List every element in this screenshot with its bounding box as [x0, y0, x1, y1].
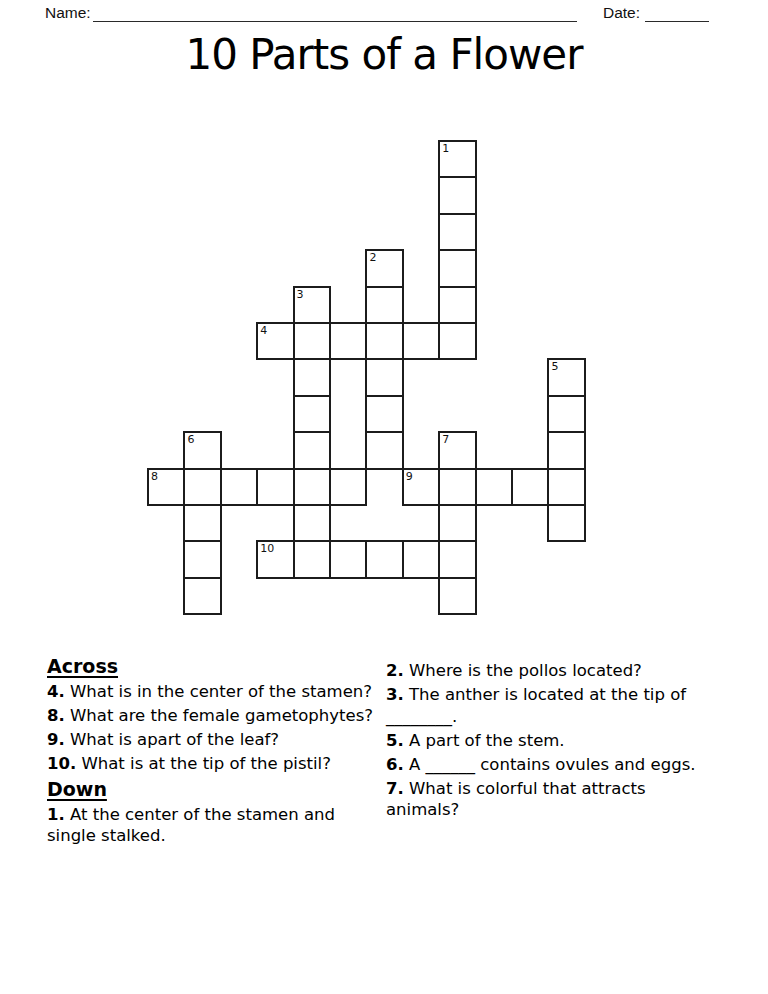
grid-cell-r11c6[interactable]	[365, 540, 403, 578]
grid-cell-r9c7[interactable]: 9	[402, 468, 440, 506]
clue-number-label: 7.	[386, 779, 404, 798]
across-clues-list: 4. What is in the center of the stamen?8…	[47, 681, 386, 775]
grid-cell-r12c1[interactable]	[183, 577, 221, 615]
grid-cell-r3c8[interactable]	[438, 249, 476, 287]
grid-cell-r10c11[interactable]	[547, 504, 585, 542]
grid-cell-r7c4[interactable]	[293, 395, 331, 433]
grid-cell-r8c8[interactable]: 7	[438, 431, 476, 469]
grid-cell-r0c8[interactable]: 1	[438, 140, 476, 178]
clue-down-3: 3. The anther is located at the tip of _…	[386, 684, 708, 727]
grid-cell-r4c8[interactable]	[438, 286, 476, 324]
cell-number-8: 8	[151, 470, 158, 483]
clue-across-8: 8. What are the female gametophytes?	[47, 705, 386, 727]
clue-down-5: 5. A part of the stem.	[386, 730, 708, 752]
grid-cell-r7c11[interactable]	[547, 395, 585, 433]
grid-cell-r6c4[interactable]	[293, 358, 331, 396]
grid-cell-r5c7[interactable]	[402, 322, 440, 360]
cell-number-2: 2	[369, 251, 376, 264]
grid-cell-r11c4[interactable]	[293, 540, 331, 578]
down-clues-right-list: 2. Where is the pollos located?3. The an…	[386, 660, 708, 821]
grid-cell-r5c4[interactable]	[293, 322, 331, 360]
clue-number-label: 5.	[386, 731, 404, 750]
grid-cell-r10c8[interactable]	[438, 504, 476, 542]
grid-cell-r9c2[interactable]	[220, 468, 258, 506]
crossword-board: 12345678910	[147, 140, 586, 616]
grid-cell-r11c3[interactable]: 10	[256, 540, 294, 578]
clue-across-10: 10. What is at the tip of the pistil?	[47, 753, 386, 775]
grid-cell-r10c4[interactable]	[293, 504, 331, 542]
grid-cell-r3c6[interactable]: 2	[365, 249, 403, 287]
clue-across-4: 4. What is in the center of the stamen?	[47, 681, 386, 703]
grid-cell-r9c9[interactable]	[475, 468, 513, 506]
name-label: Name:	[45, 4, 91, 22]
grid-cell-r5c8[interactable]	[438, 322, 476, 360]
grid-cell-r11c7[interactable]	[402, 540, 440, 578]
clue-number-label: 6.	[386, 755, 404, 774]
grid-cell-r9c0[interactable]: 8	[147, 468, 185, 506]
grid-cell-r8c6[interactable]	[365, 431, 403, 469]
grid-cell-r9c4[interactable]	[293, 468, 331, 506]
grid-cell-r9c5[interactable]	[329, 468, 367, 506]
cell-number-9: 9	[406, 470, 413, 483]
grid-cell-r6c11[interactable]: 5	[547, 358, 585, 396]
clue-down-2: 2. Where is the pollos located?	[386, 660, 708, 682]
grid-cell-r12c8[interactable]	[438, 577, 476, 615]
grid-cell-r11c1[interactable]	[183, 540, 221, 578]
clue-number-label: 10.	[47, 754, 76, 773]
clues-left-column: Across 4. What is in the center of the s…	[47, 655, 386, 849]
clue-number-label: 1.	[47, 805, 65, 824]
clue-down-7: 7. What is colorful that attracts animal…	[386, 778, 708, 821]
cell-number-5: 5	[551, 360, 558, 373]
grid-cell-r1c8[interactable]	[438, 176, 476, 214]
grid-cell-r8c1[interactable]: 6	[183, 431, 221, 469]
grid-cell-r10c1[interactable]	[183, 504, 221, 542]
clue-number-label: 2.	[386, 661, 404, 680]
date-blank-line[interactable]	[645, 6, 709, 22]
date-label: Date:	[603, 4, 640, 22]
down-clues-left-list: 1. At the center of the stamen and singl…	[47, 804, 386, 847]
clue-number-label: 8.	[47, 706, 65, 725]
clue-across-9: 9. What is apart of the leaf?	[47, 729, 386, 751]
cell-number-6: 6	[187, 433, 194, 446]
grid-cell-r6c6[interactable]	[365, 358, 403, 396]
clue-number-label: 4.	[47, 682, 65, 701]
cell-number-10: 10	[260, 542, 274, 555]
cell-number-4: 4	[260, 324, 267, 337]
page-title: 10 Parts of a Flower	[0, 30, 768, 79]
grid-cell-r2c8[interactable]	[438, 213, 476, 251]
name-blank-line[interactable]	[93, 6, 577, 22]
clues-right-column: 2. Where is the pollos located?3. The an…	[386, 655, 708, 849]
grid-cell-r9c8[interactable]	[438, 468, 476, 506]
grid-cell-r9c11[interactable]	[547, 468, 585, 506]
grid-cell-r8c11[interactable]	[547, 431, 585, 469]
clues-section: Across 4. What is in the center of the s…	[47, 655, 722, 849]
grid-cell-r5c5[interactable]	[329, 322, 367, 360]
grid-cell-r9c10[interactable]	[511, 468, 549, 506]
grid-cell-r4c4[interactable]: 3	[293, 286, 331, 324]
across-heading: Across	[47, 655, 386, 677]
grid-cell-r11c8[interactable]	[438, 540, 476, 578]
grid-cell-r11c5[interactable]	[329, 540, 367, 578]
grid-cell-r9c3[interactable]	[256, 468, 294, 506]
grid-cell-r4c6[interactable]	[365, 286, 403, 324]
clue-number-label: 3.	[386, 685, 404, 704]
grid-cell-r5c6[interactable]	[365, 322, 403, 360]
clue-down-6: 6. A ______ contains ovules and eggs.	[386, 754, 708, 776]
cell-number-3: 3	[297, 288, 304, 301]
cell-number-7: 7	[442, 433, 449, 446]
down-heading: Down	[47, 778, 386, 800]
worksheet-page: { "game": "crossword", "title": "10 Part…	[0, 0, 768, 994]
clue-down-1: 1. At the center of the stamen and singl…	[47, 804, 386, 847]
grid-cell-r5c3[interactable]: 4	[256, 322, 294, 360]
grid-cell-r7c6[interactable]	[365, 395, 403, 433]
grid-cell-r8c4[interactable]	[293, 431, 331, 469]
cell-number-1: 1	[442, 142, 449, 155]
clue-number-label: 9.	[47, 730, 65, 749]
grid-cell-r9c1[interactable]	[183, 468, 221, 506]
